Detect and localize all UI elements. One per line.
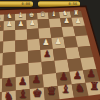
square-g4[interactable] [3, 41, 15, 54]
red-rook-a8[interactable]: ♜ [89, 80, 99, 93]
square-b5[interactable] [65, 47, 80, 60]
white-pawn-b2[interactable]: ♟ [63, 17, 69, 25]
square-b3[interactable] [62, 26, 76, 37]
white-king-e1[interactable]: ♚ [29, 11, 35, 19]
white-knight-g1[interactable]: ♞ [7, 12, 13, 20]
red-bishop-f8[interactable]: ♝ [18, 88, 28, 100]
square-f5[interactable] [15, 51, 28, 64]
square-g3[interactable] [3, 30, 15, 41]
white-pawn-a2[interactable]: ♟ [75, 17, 81, 25]
white-pawn-f2[interactable]: ♟ [18, 20, 24, 28]
red-bishop-c8[interactable]: ♝ [61, 83, 71, 96]
square-g5[interactable] [3, 52, 16, 65]
square-h5[interactable] [0, 53, 3, 67]
square-e5[interactable] [28, 50, 42, 63]
red-pawn-f7[interactable]: ♟ [18, 75, 27, 87]
white-pawn-g2[interactable]: ♟ [6, 20, 12, 28]
red-king-e8[interactable]: ♚ [32, 87, 42, 100]
chess-app-window: 0:00 0:56 ♜♞♝♚♛♝♞♜♟♟♟♟♟♟♟♟♟♟♟♟♟♟♟♟♜♞♝♚♛♝… [0, 0, 100, 100]
white-pawn-e2[interactable]: ♟ [29, 19, 35, 27]
red-pawn-a7[interactable]: ♟ [86, 67, 95, 79]
white-knight-b1[interactable]: ♞ [62, 9, 68, 17]
red-knight-b8[interactable]: ♞ [75, 82, 85, 95]
red-pawn-c7[interactable]: ♟ [59, 70, 68, 82]
white-pawn-c4[interactable]: ♟ [55, 36, 62, 46]
square-h4[interactable] [0, 41, 3, 54]
white-bishop-c1[interactable]: ♝ [51, 10, 57, 18]
white-pawn-h2[interactable]: ♟ [0, 21, 1, 29]
white-rook-h1[interactable]: ♜ [0, 13, 1, 21]
square-e4[interactable] [27, 39, 40, 51]
square-f4[interactable] [15, 40, 28, 52]
square-d6[interactable] [41, 61, 56, 75]
chess-board[interactable]: ♜♞♝♚♛♝♞♜♟♟♟♟♟♟♟♟♟♟♟♟♟♟♟♟♜♞♝♚♛♝♞♜ [0, 0, 100, 100]
white-bishop-f1[interactable]: ♝ [18, 11, 24, 19]
red-pawn-b7[interactable]: ♟ [73, 69, 82, 81]
square-c5[interactable] [53, 48, 67, 61]
square-b4[interactable] [63, 36, 77, 48]
red-pawn-g7[interactable]: ♟ [4, 76, 13, 88]
red-knight-g8[interactable]: ♞ [4, 90, 14, 100]
square-f3[interactable] [15, 29, 27, 40]
square-e3[interactable] [27, 29, 40, 40]
red-queen-d8[interactable]: ♛ [46, 85, 56, 98]
square-h8[interactable] [0, 92, 2, 100]
square-h6[interactable] [0, 65, 3, 79]
red-pawn-e7[interactable]: ♟ [32, 73, 41, 85]
square-c2[interactable] [49, 18, 62, 27]
square-h3[interactable] [0, 31, 4, 43]
white-pawn-d4[interactable]: ♟ [42, 37, 49, 47]
white-queen-d1[interactable]: ♛ [40, 10, 46, 18]
red-pawn-d5[interactable]: ♟ [43, 49, 51, 59]
square-d2[interactable] [38, 19, 50, 29]
